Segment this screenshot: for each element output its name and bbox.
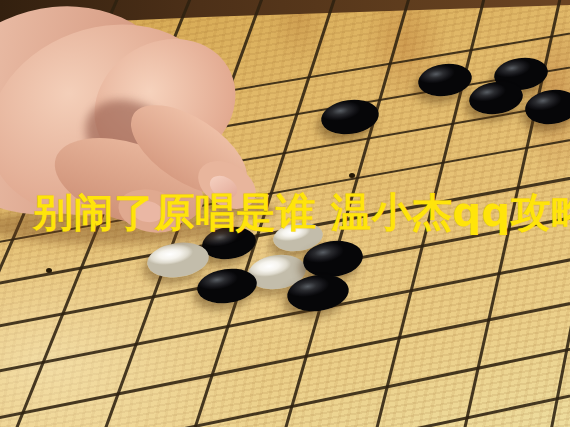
- photo-go-board-scene: 别闹了原唱是谁 温小杰qq攻略: [0, 0, 570, 427]
- star-point: [46, 268, 52, 273]
- caption-text: 别闹了原唱是谁 温小杰qq攻略: [33, 191, 570, 233]
- star-point: [349, 173, 355, 178]
